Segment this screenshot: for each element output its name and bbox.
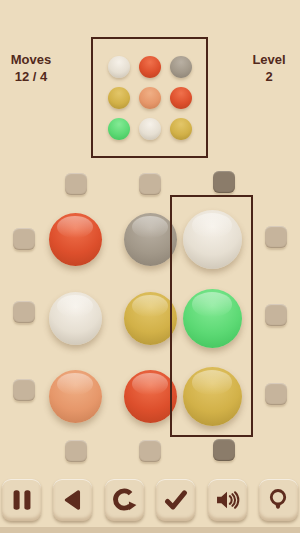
ball-red[interactable]	[124, 370, 177, 423]
confirm-button[interactable]	[156, 479, 195, 521]
pause-icon	[9, 487, 35, 513]
sound-button[interactable]	[208, 479, 247, 521]
restart-button[interactable]	[105, 479, 144, 521]
ball-red[interactable]	[49, 213, 102, 266]
shift-handle-top-2[interactable]	[139, 173, 161, 195]
lightbulb-icon	[265, 487, 291, 513]
ball-white[interactable]	[49, 292, 102, 345]
restart-icon	[110, 486, 138, 514]
back-button[interactable]	[53, 479, 92, 521]
shift-handle-top-3-selected[interactable]	[213, 171, 235, 193]
shift-handle-bottom-1[interactable]	[65, 440, 87, 462]
shift-handle-bottom-2[interactable]	[139, 440, 161, 462]
check-icon	[163, 487, 189, 513]
pause-button[interactable]	[2, 479, 41, 521]
game-screen: Moves 12 / 4 Level 2	[0, 0, 300, 533]
ball-gloss	[57, 373, 93, 395]
ball-gloss	[132, 295, 168, 317]
ball-gloss	[57, 295, 93, 317]
ball-gray[interactable]	[124, 213, 177, 266]
shift-handle-left-2[interactable]	[13, 301, 35, 323]
ball-gloss	[132, 373, 168, 395]
shift-handle-right-2[interactable]	[265, 304, 287, 326]
speaker-icon	[214, 487, 240, 513]
ball-gloss	[57, 216, 93, 238]
board	[0, 0, 300, 533]
shift-handle-right-1[interactable]	[265, 226, 287, 248]
ball-gloss	[132, 216, 168, 238]
ball-gold[interactable]	[124, 292, 177, 345]
shift-handle-right-3[interactable]	[265, 383, 287, 405]
bottom-strip	[0, 527, 300, 533]
shift-handle-top-1[interactable]	[65, 173, 87, 195]
back-arrow-icon	[60, 487, 86, 513]
shift-handle-bottom-3-selected[interactable]	[213, 439, 235, 461]
toolbar	[0, 479, 300, 521]
ball-salmon[interactable]	[49, 370, 102, 423]
selection-rectangle	[170, 195, 253, 437]
hint-button[interactable]	[259, 479, 298, 521]
shift-handle-left-3[interactable]	[13, 379, 35, 401]
shift-handle-left-1[interactable]	[13, 228, 35, 250]
